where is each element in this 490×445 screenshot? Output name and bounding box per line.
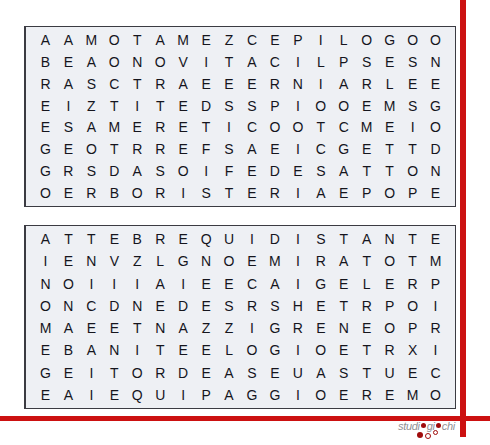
- letter-cell[interactable]: I: [241, 317, 264, 339]
- letter-cell[interactable]: I: [103, 273, 126, 295]
- letter-cell[interactable]: I: [286, 138, 309, 160]
- letter-cell[interactable]: N: [286, 73, 309, 95]
- letter-cell[interactable]: I: [80, 362, 103, 384]
- letter-cell[interactable]: I: [126, 273, 149, 295]
- letter-cell[interactable]: T: [401, 250, 424, 272]
- letter-cell[interactable]: O: [126, 182, 149, 204]
- letter-cell[interactable]: T: [378, 138, 401, 160]
- logo-hollow-dot-icon: [425, 433, 431, 439]
- letter-cell[interactable]: I: [309, 29, 332, 51]
- letter-cell[interactable]: E: [103, 317, 126, 339]
- letter-cell[interactable]: C: [241, 273, 264, 295]
- letter-cell[interactable]: Q: [195, 228, 218, 250]
- letter-cell[interactable]: T: [218, 182, 241, 204]
- letter-cell[interactable]: I: [34, 250, 57, 272]
- word-search-grid-top: AAMOTAMEZCEPILOGOOBEAONOVITACILPSESNRASC…: [24, 26, 456, 207]
- letter-cell[interactable]: S: [332, 362, 355, 384]
- letter-cell[interactable]: R: [149, 73, 172, 95]
- letter-cell[interactable]: E: [195, 362, 218, 384]
- logo-o-dot-icon: [436, 423, 441, 428]
- letter-cell[interactable]: O: [401, 295, 424, 317]
- letter-cell[interactable]: T: [355, 339, 378, 361]
- letter-cell[interactable]: Q: [126, 384, 149, 406]
- letter-cell[interactable]: I: [309, 73, 332, 95]
- letter-cell[interactable]: P: [332, 51, 355, 73]
- letter-cell[interactable]: O: [309, 95, 332, 117]
- letter-cell[interactable]: G: [34, 160, 57, 182]
- letter-cell[interactable]: T: [309, 117, 332, 139]
- letter-cell[interactable]: P: [378, 295, 401, 317]
- letter-cell[interactable]: O: [424, 117, 447, 139]
- letter-cell[interactable]: G: [263, 384, 286, 406]
- letter-cell[interactable]: E: [286, 160, 309, 182]
- letter-cell[interactable]: T: [355, 362, 378, 384]
- letter-cell[interactable]: R: [34, 73, 57, 95]
- letter-cell[interactable]: I: [80, 273, 103, 295]
- letter-cell[interactable]: N: [57, 295, 80, 317]
- letter-cell[interactable]: E: [80, 317, 103, 339]
- letter-cell[interactable]: T: [80, 228, 103, 250]
- letter-cell[interactable]: L: [149, 250, 172, 272]
- letter-cell[interactable]: R: [378, 339, 401, 361]
- letter-cell[interactable]: A: [332, 250, 355, 272]
- letter-cell[interactable]: O: [309, 339, 332, 361]
- letter-cell[interactable]: O: [149, 51, 172, 73]
- letter-cell[interactable]: I: [172, 182, 195, 204]
- letter-cell[interactable]: A: [80, 51, 103, 73]
- letter-cell[interactable]: I: [286, 95, 309, 117]
- letter-cell[interactable]: I: [286, 228, 309, 250]
- letter-cell[interactable]: T: [149, 339, 172, 361]
- letter-cell[interactable]: N: [126, 51, 149, 73]
- letter-cell[interactable]: U: [218, 228, 241, 250]
- letter-cell[interactable]: R: [355, 73, 378, 95]
- letter-cell[interactable]: I: [218, 117, 241, 139]
- letter-cell[interactable]: M: [401, 384, 424, 406]
- letter-cell[interactable]: E: [355, 95, 378, 117]
- letter-cell[interactable]: A: [172, 73, 195, 95]
- letter-cell[interactable]: E: [401, 73, 424, 95]
- letter-cell[interactable]: E: [195, 29, 218, 51]
- letter-cell[interactable]: E: [332, 182, 355, 204]
- letter-cell[interactable]: E: [241, 250, 264, 272]
- letter-cell[interactable]: N: [424, 160, 447, 182]
- letter-cell[interactable]: E: [332, 273, 355, 295]
- letter-cell[interactable]: E: [57, 138, 80, 160]
- letter-cell[interactable]: L: [332, 29, 355, 51]
- letter-cell[interactable]: G: [263, 317, 286, 339]
- letter-cell[interactable]: P: [401, 182, 424, 204]
- letter-cell[interactable]: T: [355, 250, 378, 272]
- letter-cell[interactable]: O: [57, 273, 80, 295]
- letter-cell[interactable]: E: [34, 95, 57, 117]
- letter-cell[interactable]: P: [286, 29, 309, 51]
- letter-cell[interactable]: O: [172, 160, 195, 182]
- letter-cell[interactable]: I: [126, 339, 149, 361]
- letter-cell[interactable]: N: [332, 317, 355, 339]
- letter-cell[interactable]: E: [126, 117, 149, 139]
- letter-cell[interactable]: B: [57, 339, 80, 361]
- letter-cell[interactable]: A: [80, 117, 103, 139]
- letter-cell[interactable]: I: [286, 339, 309, 361]
- letter-cell[interactable]: O: [424, 29, 447, 51]
- letter-cell[interactable]: E: [241, 182, 264, 204]
- letter-cell[interactable]: E: [378, 51, 401, 73]
- letter-cell[interactable]: E: [34, 384, 57, 406]
- letter-cell[interactable]: O: [286, 117, 309, 139]
- letter-cell[interactable]: R: [263, 182, 286, 204]
- letter-cell[interactable]: E: [263, 138, 286, 160]
- letter-cell[interactable]: O: [34, 295, 57, 317]
- letter-cell[interactable]: A: [241, 51, 264, 73]
- letter-cell[interactable]: E: [401, 362, 424, 384]
- letter-cell[interactable]: E: [57, 250, 80, 272]
- letter-cell[interactable]: A: [309, 362, 332, 384]
- letter-cell[interactable]: S: [218, 95, 241, 117]
- red-crop-mark-vertical: [460, 0, 466, 437]
- letter-cell[interactable]: G: [378, 29, 401, 51]
- letter-cell[interactable]: G: [309, 273, 332, 295]
- letter-cell[interactable]: R: [149, 182, 172, 204]
- word-search-grid-bottom: ATTEBREQUIDISTANTEIENVZLGNOEMIRATOTMNOII…: [24, 225, 456, 409]
- letter-cell[interactable]: O: [401, 29, 424, 51]
- letter-cell[interactable]: N: [195, 250, 218, 272]
- letter-cell[interactable]: S: [195, 182, 218, 204]
- letter-cell[interactable]: G: [34, 362, 57, 384]
- letter-cell[interactable]: O: [424, 384, 447, 406]
- letter-cell[interactable]: T: [57, 228, 80, 250]
- letter-cell[interactable]: B: [103, 182, 126, 204]
- letter-cell[interactable]: D: [103, 160, 126, 182]
- letter-cell[interactable]: T: [103, 138, 126, 160]
- letter-cell[interactable]: S: [309, 228, 332, 250]
- letter-cell[interactable]: M: [263, 250, 286, 272]
- letter-cell[interactable]: L: [378, 73, 401, 95]
- letter-cell[interactable]: T: [378, 160, 401, 182]
- letter-cell[interactable]: O: [401, 160, 424, 182]
- letter-cell[interactable]: E: [378, 384, 401, 406]
- letter-cell[interactable]: I: [195, 160, 218, 182]
- letter-cell[interactable]: T: [332, 228, 355, 250]
- letter-cell[interactable]: C: [309, 138, 332, 160]
- letter-cell[interactable]: A: [34, 29, 57, 51]
- letter-cell[interactable]: O: [378, 250, 401, 272]
- letter-cell[interactable]: Z: [218, 317, 241, 339]
- letter-cell[interactable]: S: [241, 362, 264, 384]
- letter-cell[interactable]: R: [149, 362, 172, 384]
- letter-cell[interactable]: G: [263, 339, 286, 361]
- letter-cell[interactable]: N: [424, 51, 447, 73]
- letter-cell[interactable]: R: [263, 73, 286, 95]
- letter-cell[interactable]: D: [263, 160, 286, 182]
- letter-cell[interactable]: I: [57, 95, 80, 117]
- letter-cell[interactable]: S: [355, 51, 378, 73]
- letter-cell[interactable]: I: [126, 95, 149, 117]
- letter-cell[interactable]: F: [218, 160, 241, 182]
- letter-cell[interactable]: E: [241, 73, 264, 95]
- letter-cell[interactable]: R: [355, 384, 378, 406]
- letter-cell[interactable]: P: [401, 317, 424, 339]
- letter-cell[interactable]: E: [263, 29, 286, 51]
- letter-cell[interactable]: U: [286, 362, 309, 384]
- letter-cell[interactable]: S: [218, 138, 241, 160]
- logo-filled-dot-icon: [417, 432, 423, 438]
- letter-cell[interactable]: O: [263, 117, 286, 139]
- letter-cell[interactable]: E: [172, 228, 195, 250]
- letter-cell[interactable]: T: [401, 138, 424, 160]
- letter-cell[interactable]: A: [218, 362, 241, 384]
- letter-cell[interactable]: A: [126, 160, 149, 182]
- logo-o-dot-icon: [421, 423, 426, 428]
- letter-cell[interactable]: I: [286, 250, 309, 272]
- letter-cell[interactable]: D: [195, 95, 218, 117]
- letter-cell[interactable]: E: [195, 73, 218, 95]
- letter-cell[interactable]: E: [424, 73, 447, 95]
- letter-cell[interactable]: D: [103, 295, 126, 317]
- letter-cell[interactable]: O: [309, 384, 332, 406]
- letter-cell[interactable]: R: [355, 295, 378, 317]
- letter-cell[interactable]: I: [172, 273, 195, 295]
- letter-cell[interactable]: G: [424, 95, 447, 117]
- letter-cell[interactable]: E: [332, 339, 355, 361]
- letter-cell[interactable]: E: [57, 362, 80, 384]
- letter-cell[interactable]: M: [424, 250, 447, 272]
- letter-cell[interactable]: C: [80, 295, 103, 317]
- letter-cell[interactable]: E: [263, 362, 286, 384]
- letter-cell[interactable]: E: [103, 384, 126, 406]
- letter-cell[interactable]: S: [80, 73, 103, 95]
- letter-cell[interactable]: S: [149, 160, 172, 182]
- letter-cell[interactable]: G: [332, 138, 355, 160]
- letter-cell[interactable]: A: [263, 273, 286, 295]
- letter-cell[interactable]: R: [126, 138, 149, 160]
- letter-cell[interactable]: Z: [195, 317, 218, 339]
- letter-cell[interactable]: I: [424, 339, 447, 361]
- letter-cell[interactable]: G: [241, 384, 264, 406]
- letter-cell[interactable]: B: [34, 51, 57, 73]
- letter-cell[interactable]: T: [149, 95, 172, 117]
- letter-cell[interactable]: P: [195, 384, 218, 406]
- letter-cell[interactable]: O: [332, 95, 355, 117]
- letter-cell[interactable]: O: [355, 29, 378, 51]
- letter-cell[interactable]: Z: [126, 250, 149, 272]
- letter-cell[interactable]: E: [172, 95, 195, 117]
- letter-cell[interactable]: R: [80, 182, 103, 204]
- letter-cell[interactable]: Z: [80, 95, 103, 117]
- letter-cell[interactable]: N: [126, 295, 149, 317]
- letter-cell[interactable]: E: [218, 273, 241, 295]
- letter-cell[interactable]: D: [172, 362, 195, 384]
- letter-cell[interactable]: F: [195, 138, 218, 160]
- letter-cell[interactable]: E: [57, 182, 80, 204]
- letter-cell[interactable]: E: [149, 295, 172, 317]
- letter-cell[interactable]: I: [195, 51, 218, 73]
- letter-cell[interactable]: O: [378, 317, 401, 339]
- logo-hollow-dot-small-icon: [433, 430, 438, 435]
- letter-cell[interactable]: A: [57, 317, 80, 339]
- letter-cell[interactable]: C: [332, 117, 355, 139]
- letter-cell[interactable]: B: [126, 228, 149, 250]
- logo-dots-cluster: [398, 429, 458, 443]
- letter-cell[interactable]: O: [218, 250, 241, 272]
- letter-cell[interactable]: A: [355, 228, 378, 250]
- letter-cell[interactable]: N: [378, 228, 401, 250]
- letter-cell[interactable]: S: [263, 295, 286, 317]
- letter-cell[interactable]: I: [80, 384, 103, 406]
- letter-cell[interactable]: S: [80, 160, 103, 182]
- letter-cell[interactable]: U: [149, 384, 172, 406]
- letter-cell[interactable]: N: [80, 250, 103, 272]
- letter-cell[interactable]: O: [103, 29, 126, 51]
- letter-cell[interactable]: M: [355, 117, 378, 139]
- letter-cell[interactable]: O: [241, 339, 264, 361]
- letter-cell[interactable]: R: [241, 295, 264, 317]
- letter-cell[interactable]: V: [103, 250, 126, 272]
- letter-cell[interactable]: T: [126, 317, 149, 339]
- letter-cell[interactable]: I: [286, 182, 309, 204]
- letter-cell[interactable]: L: [355, 273, 378, 295]
- letter-cell[interactable]: E: [355, 317, 378, 339]
- letter-cell[interactable]: T: [218, 51, 241, 73]
- letter-cell[interactable]: O: [34, 182, 57, 204]
- letter-cell[interactable]: N: [103, 339, 126, 361]
- letter-cell[interactable]: E: [424, 182, 447, 204]
- letter-cell[interactable]: G: [172, 250, 195, 272]
- letter-cell[interactable]: E: [424, 228, 447, 250]
- letter-cell[interactable]: E: [172, 339, 195, 361]
- letter-cell[interactable]: M: [103, 117, 126, 139]
- letter-cell[interactable]: D: [424, 138, 447, 160]
- letter-cell[interactable]: U: [378, 362, 401, 384]
- letter-cell[interactable]: E: [378, 117, 401, 139]
- letter-cell[interactable]: T: [355, 160, 378, 182]
- letter-cell[interactable]: X: [401, 339, 424, 361]
- letter-cell[interactable]: R: [149, 117, 172, 139]
- letter-cell[interactable]: H: [286, 295, 309, 317]
- letter-cell[interactable]: E: [309, 295, 332, 317]
- letter-cell[interactable]: E: [34, 339, 57, 361]
- letter-cell[interactable]: A: [57, 73, 80, 95]
- letter-cell[interactable]: S: [218, 295, 241, 317]
- letter-cell[interactable]: G: [34, 138, 57, 160]
- letter-cell[interactable]: M: [80, 29, 103, 51]
- letter-cell[interactable]: A: [172, 317, 195, 339]
- letter-cell[interactable]: O: [378, 182, 401, 204]
- letter-cell[interactable]: C: [241, 117, 264, 139]
- letter-cell[interactable]: C: [263, 51, 286, 73]
- letter-cell[interactable]: E: [218, 73, 241, 95]
- letter-cell[interactable]: M: [172, 29, 195, 51]
- letter-cell[interactable]: I: [241, 228, 264, 250]
- letter-cell[interactable]: R: [149, 138, 172, 160]
- letter-cell[interactable]: R: [149, 228, 172, 250]
- letter-cell[interactable]: A: [149, 273, 172, 295]
- letter-cell[interactable]: A: [149, 29, 172, 51]
- letter-cell[interactable]: I: [286, 51, 309, 73]
- letter-cell[interactable]: O: [80, 138, 103, 160]
- letter-cell[interactable]: L: [309, 51, 332, 73]
- letter-cell[interactable]: R: [309, 250, 332, 272]
- letter-cell[interactable]: E: [195, 339, 218, 361]
- letter-cell[interactable]: E: [378, 273, 401, 295]
- letter-cell[interactable]: D: [172, 295, 195, 317]
- letter-cell[interactable]: S: [401, 95, 424, 117]
- letter-cell[interactable]: T: [195, 117, 218, 139]
- letter-cell[interactable]: D: [263, 228, 286, 250]
- letter-cell[interactable]: M: [378, 95, 401, 117]
- letter-cell[interactable]: N: [149, 317, 172, 339]
- letter-cell[interactable]: I: [424, 295, 447, 317]
- letter-cell[interactable]: A: [57, 29, 80, 51]
- letter-cell[interactable]: E: [332, 384, 355, 406]
- letter-cell[interactable]: E: [241, 160, 264, 182]
- letter-cell[interactable]: A: [332, 73, 355, 95]
- letter-cell[interactable]: S: [309, 160, 332, 182]
- letter-cell[interactable]: O: [126, 362, 149, 384]
- letter-cell[interactable]: Z: [218, 29, 241, 51]
- letter-cell[interactable]: I: [286, 273, 309, 295]
- letter-cell[interactable]: P: [263, 95, 286, 117]
- letter-cell[interactable]: A: [218, 384, 241, 406]
- letter-cell[interactable]: C: [103, 73, 126, 95]
- letter-cell[interactable]: E: [57, 51, 80, 73]
- letter-cell[interactable]: E: [195, 273, 218, 295]
- letter-cell[interactable]: T: [126, 73, 149, 95]
- letter-cell[interactable]: T: [332, 295, 355, 317]
- letter-cell[interactable]: V: [172, 51, 195, 73]
- letter-cell[interactable]: S: [241, 95, 264, 117]
- letter-cell[interactable]: I: [172, 384, 195, 406]
- letter-cell[interactable]: E: [355, 138, 378, 160]
- letter-cell[interactable]: C: [241, 29, 264, 51]
- letter-cell[interactable]: E: [172, 138, 195, 160]
- letter-cell[interactable]: I: [286, 384, 309, 406]
- letter-cell[interactable]: S: [401, 51, 424, 73]
- letter-cell[interactable]: A: [34, 228, 57, 250]
- letter-cell[interactable]: R: [286, 317, 309, 339]
- letter-cell[interactable]: R: [57, 160, 80, 182]
- letter-cell[interactable]: E: [172, 117, 195, 139]
- letter-cell[interactable]: L: [218, 339, 241, 361]
- letter-cell[interactable]: E: [34, 117, 57, 139]
- letter-cell[interactable]: S: [57, 117, 80, 139]
- letter-cell[interactable]: A: [57, 384, 80, 406]
- letter-cell[interactable]: T: [126, 29, 149, 51]
- letter-cell[interactable]: A: [80, 339, 103, 361]
- letter-cell[interactable]: T: [103, 95, 126, 117]
- letter-cell[interactable]: P: [355, 182, 378, 204]
- letter-cell[interactable]: I: [401, 117, 424, 139]
- letter-cell[interactable]: R: [401, 273, 424, 295]
- letter-cell[interactable]: O: [103, 51, 126, 73]
- letter-cell[interactable]: A: [241, 138, 264, 160]
- letter-cell[interactable]: N: [34, 273, 57, 295]
- letter-cell[interactable]: A: [309, 182, 332, 204]
- letter-cell[interactable]: E: [309, 317, 332, 339]
- letter-cell[interactable]: E: [103, 228, 126, 250]
- letter-cell[interactable]: M: [34, 317, 57, 339]
- letter-cell[interactable]: P: [424, 273, 447, 295]
- letter-cell[interactable]: E: [195, 295, 218, 317]
- letter-cell[interactable]: A: [332, 160, 355, 182]
- letter-cell[interactable]: T: [401, 228, 424, 250]
- letter-cell[interactable]: C: [424, 362, 447, 384]
- letter-cell[interactable]: T: [103, 362, 126, 384]
- letter-cell[interactable]: R: [424, 317, 447, 339]
